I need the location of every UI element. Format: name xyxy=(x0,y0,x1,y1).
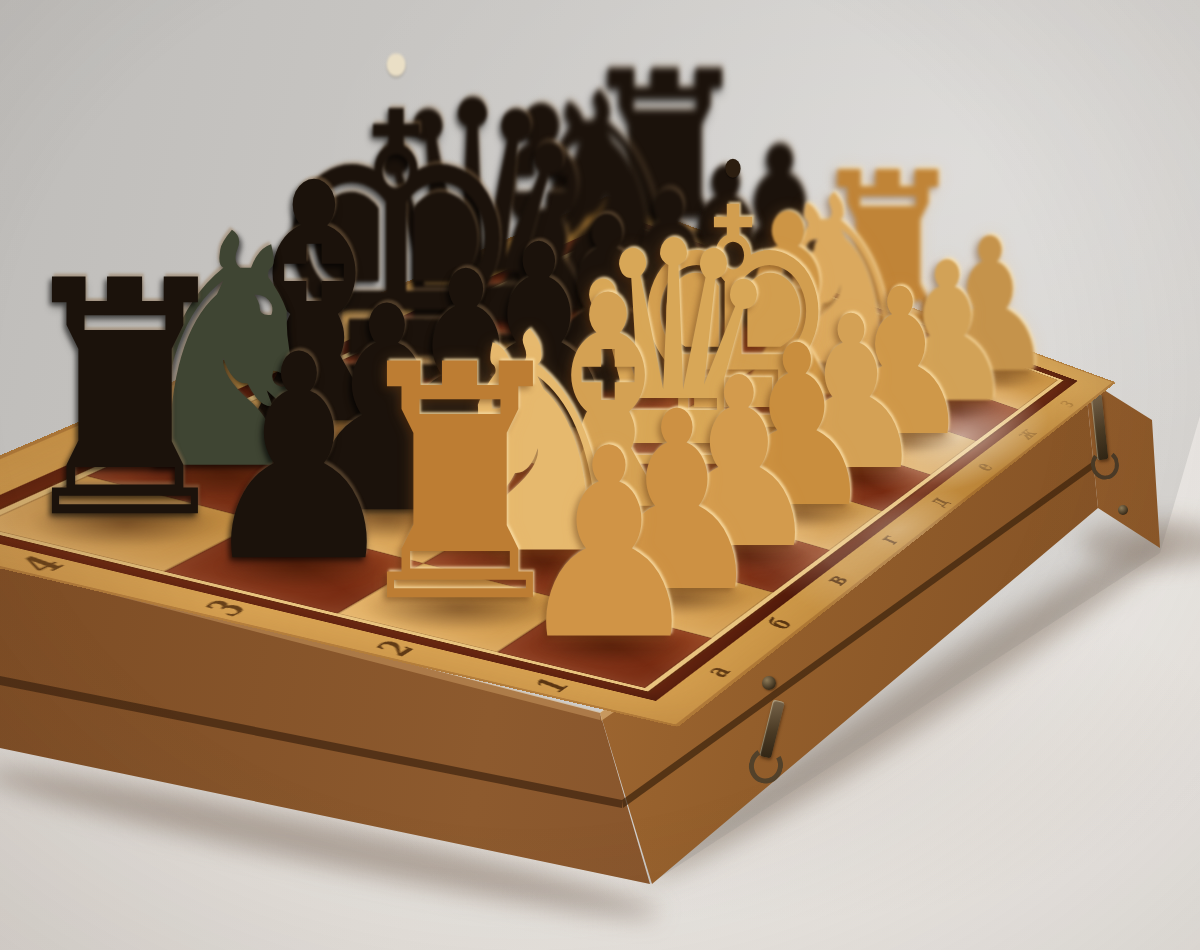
king-finial-ball xyxy=(387,53,406,76)
white-pawn-a1[interactable]: ♟ xyxy=(515,414,703,676)
scene: 1234абвгдежз ♜♞♝♚♛♝♞♜♟♟♟♟♟♟♟♟♜♞♝♛♚♝♞♜♟♟♟… xyxy=(0,0,1200,950)
pieces-layer: ♜♞♝♚♛♝♞♜♟♟♟♟♟♟♟♟♜♞♝♛♚♝♞♜♟♟♟♟♟♟♟♟ xyxy=(0,0,1200,950)
